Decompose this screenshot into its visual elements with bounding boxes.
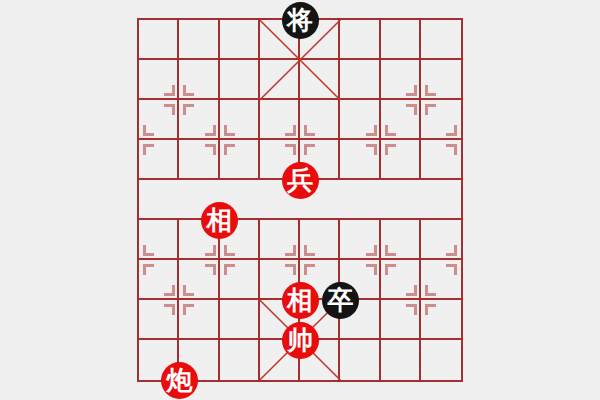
board-cell: [139, 20, 179, 60]
board-cell: [381, 300, 421, 340]
board-cell: [179, 260, 219, 300]
board-cell: [260, 340, 300, 380]
board-cell: [381, 60, 421, 100]
board-cell: [220, 20, 260, 60]
board-cell: [421, 220, 461, 260]
river-cell: [139, 180, 179, 220]
board-cell: [220, 100, 260, 140]
board-cell: [260, 140, 300, 180]
board-cell: [340, 220, 380, 260]
board-cell: [179, 60, 219, 100]
board-cell: [300, 340, 340, 380]
board-cell: [179, 140, 219, 180]
board-cell: [260, 20, 300, 60]
xiangqi-board: [137, 18, 463, 382]
river-cell: [300, 180, 340, 220]
board-cell: [139, 140, 179, 180]
board-cell: [300, 20, 340, 60]
board-cell: [381, 20, 421, 60]
board-cell: [340, 20, 380, 60]
board-cell: [220, 140, 260, 180]
board-cell: [260, 220, 300, 260]
board-cell: [300, 100, 340, 140]
river-cell: [340, 180, 380, 220]
board-cell: [340, 340, 380, 380]
river-cell: [421, 180, 461, 220]
board-cell: [179, 340, 219, 380]
board-cell: [340, 140, 380, 180]
board-cell: [340, 260, 380, 300]
board-cell: [260, 60, 300, 100]
board-cell: [260, 260, 300, 300]
board-cell: [381, 140, 421, 180]
river-cell: [220, 180, 260, 220]
board-cell: [220, 340, 260, 380]
board-cell: [381, 100, 421, 140]
board-cell: [139, 340, 179, 380]
board-cell: [139, 60, 179, 100]
board-cell: [260, 100, 300, 140]
board-cell: [220, 60, 260, 100]
board-cell: [260, 300, 300, 340]
board-cell: [220, 260, 260, 300]
board-cell: [179, 100, 219, 140]
board-cell: [220, 300, 260, 340]
board-cell: [139, 100, 179, 140]
board-cell: [340, 300, 380, 340]
board-cell: [340, 60, 380, 100]
board-cell: [300, 260, 340, 300]
board-cell: [421, 340, 461, 380]
board-cell: [139, 260, 179, 300]
board-cell: [220, 220, 260, 260]
xiangqi-diagram: 将兵相相卒帅炮: [0, 0, 600, 400]
board-cell: [421, 60, 461, 100]
board-cell: [381, 220, 421, 260]
board-cell: [139, 300, 179, 340]
river-cell: [260, 180, 300, 220]
board-cell: [421, 300, 461, 340]
board-cell: [340, 100, 380, 140]
board-cell: [421, 260, 461, 300]
board-cell: [300, 140, 340, 180]
board-cell: [421, 140, 461, 180]
board-cell: [179, 300, 219, 340]
board-cell: [421, 100, 461, 140]
board-cell: [179, 220, 219, 260]
river-cell: [179, 180, 219, 220]
river-cell: [381, 180, 421, 220]
board-cell: [421, 20, 461, 60]
board-cell: [381, 260, 421, 300]
board-cell: [179, 20, 219, 60]
board-cell: [139, 220, 179, 260]
board-cell: [300, 300, 340, 340]
board-cell: [300, 60, 340, 100]
board-cell: [300, 220, 340, 260]
board-cell: [381, 340, 421, 380]
